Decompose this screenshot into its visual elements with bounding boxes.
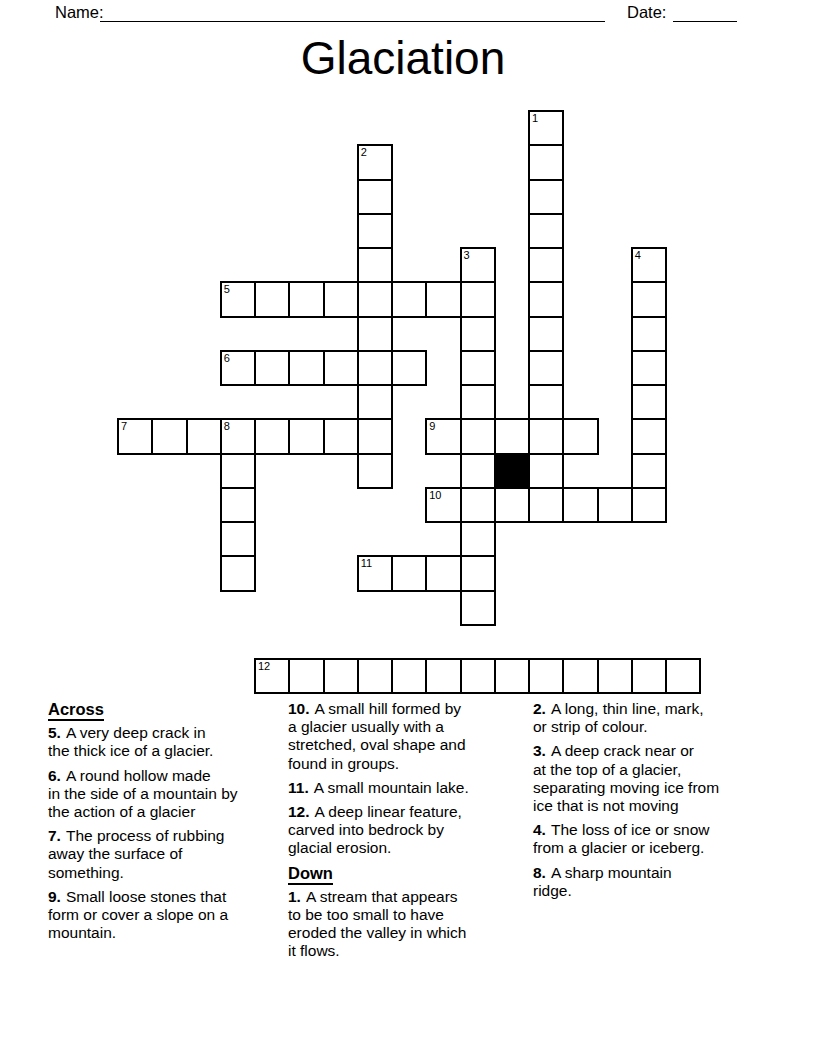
grid-cell-r9c4[interactable] bbox=[254, 418, 290, 454]
clue-text: The process of rubbing away the surface … bbox=[48, 827, 224, 880]
grid-cell-r12c10[interactable] bbox=[460, 521, 496, 557]
clue-text: A long, thin line, mark, or strip of col… bbox=[533, 700, 703, 735]
grid-cell-r8c10[interactable] bbox=[460, 384, 496, 420]
worksheet-page: Name: Date: Glaciation 123456789101112 A… bbox=[0, 0, 816, 1056]
grid-cell-r11c14[interactable] bbox=[597, 487, 633, 523]
grid-cell-r5c3[interactable]: 5 bbox=[220, 281, 256, 317]
clue-text: A stream that appears to be too small to… bbox=[288, 888, 466, 960]
grid-cell-r11c3[interactable] bbox=[220, 487, 256, 523]
clue-10: 10.A small hill formed by a glacier usua… bbox=[288, 700, 533, 773]
name-input-line[interactable] bbox=[100, 2, 605, 22]
grid-cell-r7c3[interactable]: 6 bbox=[220, 350, 256, 386]
grid-cell-r7c6[interactable] bbox=[323, 350, 359, 386]
grid-cell-r7c4[interactable] bbox=[254, 350, 290, 386]
clue-3: 3.A deep crack near or at the top of a g… bbox=[533, 742, 770, 815]
grid-cell-r14c10[interactable] bbox=[460, 590, 496, 626]
clue-number-label: 12. bbox=[288, 803, 310, 820]
grid-cell-r3c12[interactable] bbox=[528, 213, 564, 249]
grid-cell-r10c15[interactable] bbox=[631, 453, 667, 489]
clue-number-label: 6. bbox=[48, 767, 61, 784]
grid-cell-r9c3[interactable]: 8 bbox=[220, 418, 256, 454]
clue-number-label: 2. bbox=[533, 700, 546, 717]
grid-cell-r16c16[interactable] bbox=[665, 658, 701, 694]
clue-number-5: 5 bbox=[224, 283, 230, 296]
clue-number-6: 6 bbox=[224, 352, 230, 365]
grid-cell-r11c11[interactable] bbox=[494, 487, 530, 523]
clue-number-11: 11 bbox=[361, 557, 372, 570]
down-heading-label: Down bbox=[288, 864, 333, 885]
grid-cell-r16c13[interactable] bbox=[562, 658, 598, 694]
grid-cell-r13c10[interactable] bbox=[460, 555, 496, 591]
clue-7: 7.The process of rubbing away the surfac… bbox=[48, 827, 288, 882]
grid-cell-r11c10[interactable] bbox=[460, 487, 496, 523]
grid-cell-r1c12[interactable] bbox=[528, 144, 564, 180]
grid-cell-r2c7[interactable] bbox=[357, 179, 393, 215]
name-label: Name: bbox=[55, 3, 104, 22]
grid-cell-r8c12[interactable] bbox=[528, 384, 564, 420]
page-title: Glaciation bbox=[0, 35, 806, 81]
grid-cell-r7c7[interactable] bbox=[357, 350, 393, 386]
grid-cell-r0c12[interactable]: 1 bbox=[528, 110, 564, 146]
grid-cell-r4c15[interactable]: 4 bbox=[631, 247, 667, 283]
grid-cell-r16c7[interactable] bbox=[357, 658, 393, 694]
clue-number-label: 8. bbox=[533, 864, 546, 881]
grid-cell-r16c5[interactable] bbox=[288, 658, 324, 694]
grid-cell-r7c15[interactable] bbox=[631, 350, 667, 386]
grid-cell-r6c10[interactable] bbox=[460, 316, 496, 352]
grid-cell-r9c5[interactable] bbox=[288, 418, 324, 454]
grid-cell-r9c1[interactable] bbox=[151, 418, 187, 454]
grid-cell-r9c10[interactable] bbox=[460, 418, 496, 454]
grid-cell-r9c12[interactable] bbox=[528, 418, 564, 454]
grid-cell-r5c15[interactable] bbox=[631, 281, 667, 317]
clue-1: 1.A stream that appears to be too small … bbox=[288, 888, 533, 961]
crossword-grid: 123456789101112 bbox=[117, 110, 701, 694]
clue-4: 4.The loss of ice or snow from a glacier… bbox=[533, 821, 770, 857]
clue-text: Small loose stones that form or cover a … bbox=[48, 888, 228, 941]
grid-cell-r5c10[interactable] bbox=[460, 281, 496, 317]
clue-column-2: 10.A small hill formed by a glacier usua… bbox=[288, 700, 533, 967]
grid-cell-r13c3[interactable] bbox=[220, 555, 256, 591]
grid-cell-r4c12[interactable] bbox=[528, 247, 564, 283]
clue-5: 5.A very deep crack in the thick ice of … bbox=[48, 724, 288, 760]
grid-cell-r10c3[interactable] bbox=[220, 453, 256, 489]
grid-cell-r10c10[interactable] bbox=[460, 453, 496, 489]
clue-number-4: 4 bbox=[635, 249, 641, 262]
across-heading-label: Across bbox=[48, 700, 104, 721]
grid-cell-r5c12[interactable] bbox=[528, 281, 564, 317]
clue-6: 6.A round hollow made in the side of a m… bbox=[48, 767, 288, 822]
clue-text: A small mountain lake. bbox=[314, 779, 469, 796]
grid-cell-r1c7[interactable]: 2 bbox=[357, 144, 393, 180]
grid-cell-r16c8[interactable] bbox=[391, 658, 427, 694]
clue-number-label: 4. bbox=[533, 821, 546, 838]
grid-cell-r7c5[interactable] bbox=[288, 350, 324, 386]
across-heading: Across bbox=[48, 700, 288, 718]
clue-number-10: 10 bbox=[429, 489, 441, 502]
grid-cell-r16c11[interactable] bbox=[494, 658, 530, 694]
clue-number-7: 7 bbox=[121, 420, 127, 433]
clue-11: 11.A small mountain lake. bbox=[288, 779, 533, 797]
grid-cell-r7c8[interactable] bbox=[391, 350, 427, 386]
grid-cell-r11c15[interactable] bbox=[631, 487, 667, 523]
grid-cell-r9c13[interactable] bbox=[562, 418, 598, 454]
grid-cell-r7c12[interactable] bbox=[528, 350, 564, 386]
grid-cell-r3c7[interactable] bbox=[357, 213, 393, 249]
clue-text: A very deep crack in the thick ice of a … bbox=[48, 724, 213, 759]
clue-9: 9.Small loose stones that form or cover … bbox=[48, 888, 288, 943]
grid-cell-r7c10[interactable] bbox=[460, 350, 496, 386]
clue-column-1: Across5.A very deep crack in the thick i… bbox=[48, 700, 288, 967]
grid-cell-r11c12[interactable] bbox=[528, 487, 564, 523]
grid-cell-r10c12[interactable] bbox=[528, 453, 564, 489]
clue-number-label: 9. bbox=[48, 888, 61, 905]
grid-cell-r5c5[interactable] bbox=[288, 281, 324, 317]
clue-column-3: 2.A long, thin line, mark, or strip of c… bbox=[533, 700, 770, 967]
clue-number-3: 3 bbox=[464, 249, 470, 262]
grid-cell-r6c15[interactable] bbox=[631, 316, 667, 352]
clue-text: A sharp mountain ridge. bbox=[533, 864, 672, 899]
clue-8: 8.A sharp mountain ridge. bbox=[533, 864, 770, 900]
clue-number-label: 7. bbox=[48, 827, 61, 844]
clue-12: 12.A deep linear feature, carved into be… bbox=[288, 803, 533, 858]
clue-number-9: 9 bbox=[429, 420, 435, 433]
clue-number-label: 5. bbox=[48, 724, 61, 741]
grid-cell-r13c9[interactable] bbox=[425, 555, 461, 591]
clue-number-label: 10. bbox=[288, 700, 310, 717]
clue-text: A round hollow made in the side of a mou… bbox=[48, 767, 238, 820]
grid-cell-r9c6[interactable] bbox=[323, 418, 359, 454]
grid-cell-r16c6[interactable] bbox=[323, 658, 359, 694]
grid-cell-r16c9[interactable] bbox=[425, 658, 461, 694]
grid-cell-r11c13[interactable] bbox=[562, 487, 598, 523]
grid-cell-r16c4[interactable]: 12 bbox=[254, 658, 290, 694]
grid-cell-r9c15[interactable] bbox=[631, 418, 667, 454]
grid-cell-r4c7[interactable] bbox=[357, 247, 393, 283]
clue-number-8: 8 bbox=[224, 420, 230, 433]
grid-cell-r11c9[interactable]: 10 bbox=[425, 487, 461, 523]
grid-cell-r8c15[interactable] bbox=[631, 384, 667, 420]
clues-section: Across5.A very deep crack in the thick i… bbox=[48, 700, 772, 967]
grid-cell-r5c9[interactable] bbox=[425, 281, 461, 317]
blocked-cell bbox=[494, 453, 530, 489]
grid-cell-r2c12[interactable] bbox=[528, 179, 564, 215]
date-input-line[interactable] bbox=[673, 2, 737, 22]
clue-number-label: 11. bbox=[288, 779, 309, 796]
grid-cell-r13c8[interactable] bbox=[391, 555, 427, 591]
grid-cell-r16c12[interactable] bbox=[528, 658, 564, 694]
grid-cell-r10c7[interactable] bbox=[357, 453, 393, 489]
clue-text: A deep linear feature, carved into bedro… bbox=[288, 803, 462, 856]
date-label: Date: bbox=[627, 3, 666, 22]
grid-cell-r6c12[interactable] bbox=[528, 316, 564, 352]
clue-number-label: 1. bbox=[288, 888, 301, 905]
grid-cell-r5c4[interactable] bbox=[254, 281, 290, 317]
down-heading: Down bbox=[288, 864, 533, 882]
clue-number-12: 12 bbox=[258, 660, 270, 673]
clue-2: 2.A long, thin line, mark, or strip of c… bbox=[533, 700, 770, 736]
grid-cell-r9c2[interactable] bbox=[186, 418, 222, 454]
grid-cell-r5c7[interactable] bbox=[357, 281, 393, 317]
grid-cell-r4c10[interactable]: 3 bbox=[460, 247, 496, 283]
grid-cell-r12c3[interactable] bbox=[220, 521, 256, 557]
grid-cell-r16c14[interactable] bbox=[597, 658, 633, 694]
clue-text: The loss of ice or snow from a glacier o… bbox=[533, 821, 709, 856]
grid-cell-r13c7[interactable]: 11 bbox=[357, 555, 393, 591]
grid-cell-r8c7[interactable] bbox=[357, 384, 393, 420]
grid-cell-r6c7[interactable] bbox=[357, 316, 393, 352]
clue-text: A small hill formed by a glacier usually… bbox=[288, 700, 466, 772]
grid-cell-r5c8[interactable] bbox=[391, 281, 427, 317]
clue-number-1: 1 bbox=[532, 112, 538, 125]
grid-cell-r9c7[interactable] bbox=[357, 418, 393, 454]
grid-cell-r9c9[interactable]: 9 bbox=[425, 418, 461, 454]
clue-number-2: 2 bbox=[361, 146, 367, 159]
grid-cell-r16c15[interactable] bbox=[631, 658, 667, 694]
grid-cell-r9c0[interactable]: 7 bbox=[117, 418, 153, 454]
grid-cell-r9c11[interactable] bbox=[494, 418, 530, 454]
grid-cell-r5c6[interactable] bbox=[323, 281, 359, 317]
grid-cell-r16c10[interactable] bbox=[460, 658, 496, 694]
clue-number-label: 3. bbox=[533, 742, 546, 759]
clue-text: A deep crack near or at the top of a gla… bbox=[533, 742, 719, 814]
